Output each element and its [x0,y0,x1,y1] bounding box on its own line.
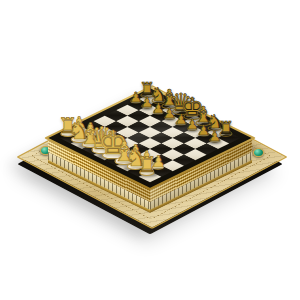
piece-white-rook[interactable]: ♜ [137,154,157,176]
pieces-layer: ♜♞♝♛♚♝♞♜♟♟♟♟♟♟♟♟♟♟♟♟♟♟♟♟♜♞♝♛♚♝♞♜ [0,0,300,300]
chess-set-photo: ♜♞♝♛♚♝♞♜♟♟♟♟♟♟♟♟♟♟♟♟♟♟♟♟♜♞♝♛♚♝♞♜ [0,0,300,300]
chess-piece-glyph: ♜ [137,154,157,176]
chess-piece-glyph: ♟ [209,128,222,142]
piece-black-pawn[interactable]: ♟ [209,128,222,142]
